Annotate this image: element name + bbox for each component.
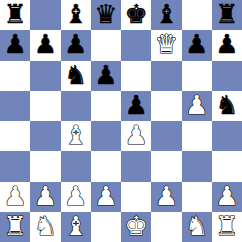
white-pawn-piece[interactable]: ♟ <box>3 183 26 209</box>
black-bishop-piece[interactable]: ♝ <box>64 1 87 27</box>
black-queen-piece[interactable]: ♛ <box>94 1 117 27</box>
square-g2[interactable] <box>182 182 212 212</box>
square-b7[interactable]: ♟ <box>30 30 60 60</box>
square-e4[interactable]: ♟ <box>121 121 151 151</box>
black-pawn-piece[interactable]: ♟ <box>124 92 147 118</box>
square-e8[interactable]: ♚ <box>121 0 151 30</box>
black-pawn-piece[interactable]: ♟ <box>64 31 87 57</box>
square-a5[interactable] <box>0 91 30 121</box>
square-f5[interactable] <box>151 91 181 121</box>
square-f3[interactable] <box>151 151 181 181</box>
square-b1[interactable]: ♞ <box>30 212 60 242</box>
square-h6[interactable] <box>212 61 242 91</box>
black-rook-piece[interactable]: ♜ <box>3 1 26 27</box>
square-d1[interactable] <box>91 212 121 242</box>
square-h2[interactable]: ♟ <box>212 182 242 212</box>
square-b3[interactable] <box>30 151 60 181</box>
square-d2[interactable]: ♟ <box>91 182 121 212</box>
square-g7[interactable]: ♟ <box>182 30 212 60</box>
square-f6[interactable] <box>151 61 181 91</box>
square-a1[interactable]: ♜ <box>0 212 30 242</box>
white-pawn-piece[interactable]: ♟ <box>64 183 87 209</box>
black-rook-piece[interactable]: ♜ <box>215 1 238 27</box>
square-c7[interactable]: ♟ <box>61 30 91 60</box>
white-pawn-piece[interactable]: ♟ <box>34 183 57 209</box>
square-g5[interactable]: ♟ <box>182 91 212 121</box>
square-f1[interactable] <box>151 212 181 242</box>
white-pawn-piece[interactable]: ♟ <box>124 122 147 148</box>
square-a6[interactable] <box>0 61 30 91</box>
black-pawn-piece[interactable]: ♟ <box>34 31 57 57</box>
square-e2[interactable] <box>121 182 151 212</box>
square-h8[interactable]: ♜ <box>212 0 242 30</box>
square-b6[interactable] <box>30 61 60 91</box>
black-knight-piece[interactable]: ♞ <box>215 92 238 118</box>
square-d6[interactable]: ♟ <box>91 61 121 91</box>
square-g8[interactable] <box>182 0 212 30</box>
white-pawn-piece[interactable]: ♟ <box>155 183 178 209</box>
square-g1[interactable]: ♞ <box>182 212 212 242</box>
square-d7[interactable] <box>91 30 121 60</box>
square-e7[interactable] <box>121 30 151 60</box>
square-c2[interactable]: ♟ <box>61 182 91 212</box>
square-c1[interactable]: ♝ <box>61 212 91 242</box>
square-c3[interactable] <box>61 151 91 181</box>
square-a3[interactable] <box>0 151 30 181</box>
square-g6[interactable] <box>182 61 212 91</box>
square-d8[interactable]: ♛ <box>91 0 121 30</box>
square-b5[interactable] <box>30 91 60 121</box>
black-king-piece[interactable]: ♚ <box>124 1 147 27</box>
square-d4[interactable] <box>91 121 121 151</box>
square-e5[interactable]: ♟ <box>121 91 151 121</box>
square-c4[interactable]: ♝ <box>61 121 91 151</box>
square-a7[interactable]: ♟ <box>0 30 30 60</box>
square-h4[interactable] <box>212 121 242 151</box>
square-h5[interactable]: ♞ <box>212 91 242 121</box>
white-rook-piece[interactable]: ♜ <box>3 213 26 239</box>
square-c6[interactable]: ♞ <box>61 61 91 91</box>
square-a2[interactable]: ♟ <box>0 182 30 212</box>
white-knight-piece[interactable]: ♞ <box>185 213 208 239</box>
square-b8[interactable] <box>30 0 60 30</box>
white-pawn-piece[interactable]: ♟ <box>215 183 238 209</box>
white-bishop-piece[interactable]: ♝ <box>64 213 87 239</box>
black-knight-piece[interactable]: ♞ <box>64 62 87 88</box>
square-e3[interactable] <box>121 151 151 181</box>
square-d5[interactable] <box>91 91 121 121</box>
black-pawn-piece[interactable]: ♟ <box>185 31 208 57</box>
square-g3[interactable] <box>182 151 212 181</box>
white-queen-piece[interactable]: ♛ <box>155 31 178 57</box>
black-pawn-piece[interactable]: ♟ <box>215 31 238 57</box>
square-g4[interactable] <box>182 121 212 151</box>
square-b2[interactable]: ♟ <box>30 182 60 212</box>
square-b4[interactable] <box>30 121 60 151</box>
black-pawn-piece[interactable]: ♟ <box>94 62 117 88</box>
square-h3[interactable] <box>212 151 242 181</box>
black-bishop-piece[interactable]: ♝ <box>155 1 178 27</box>
square-h7[interactable]: ♟ <box>212 30 242 60</box>
black-pawn-piece[interactable]: ♟ <box>3 31 26 57</box>
white-pawn-piece[interactable]: ♟ <box>94 183 117 209</box>
square-a8[interactable]: ♜ <box>0 0 30 30</box>
square-a4[interactable] <box>0 121 30 151</box>
square-d3[interactable] <box>91 151 121 181</box>
square-c5[interactable] <box>61 91 91 121</box>
square-e1[interactable]: ♚ <box>121 212 151 242</box>
white-pawn-piece[interactable]: ♟ <box>185 92 208 118</box>
square-e6[interactable] <box>121 61 151 91</box>
white-rook-piece[interactable]: ♜ <box>215 213 238 239</box>
square-h1[interactable]: ♜ <box>212 212 242 242</box>
square-f2[interactable]: ♟ <box>151 182 181 212</box>
square-f8[interactable]: ♝ <box>151 0 181 30</box>
square-c8[interactable]: ♝ <box>61 0 91 30</box>
white-bishop-piece[interactable]: ♝ <box>64 122 87 148</box>
chess-board: ♜♝♛♚♝♜♟♟♟♛♟♟♞♟♟♟♞♝♟♟♟♟♟♟♟♜♞♝♚♞♜ <box>0 0 242 242</box>
square-f7[interactable]: ♛ <box>151 30 181 60</box>
square-f4[interactable] <box>151 121 181 151</box>
white-king-piece[interactable]: ♚ <box>124 213 147 239</box>
white-knight-piece[interactable]: ♞ <box>34 213 57 239</box>
